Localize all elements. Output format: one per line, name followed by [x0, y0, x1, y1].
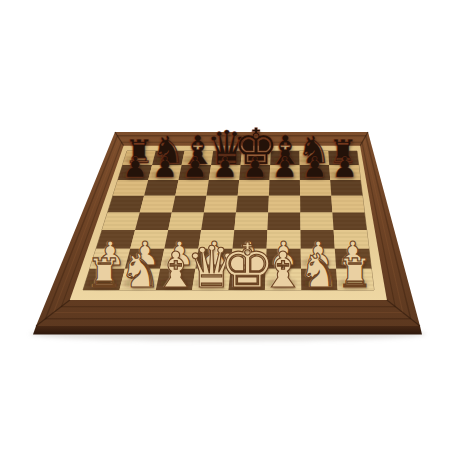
- piece-white-rook-a1[interactable]: ♜: [86, 253, 122, 293]
- piece-black-pawn-d7[interactable]: ♟: [212, 154, 237, 182]
- chess-set-photo: ♜♞♝♛♚♝♞♜♟♟♟♟♟♟♟♟♟♟♟♟♟♟♟♟♜♞♝♛♚♝♞♜: [0, 0, 455, 455]
- chess-board: [0, 0, 455, 455]
- piece-black-pawn-f7[interactable]: ♟: [272, 154, 297, 182]
- piece-white-rook-h1[interactable]: ♜: [337, 253, 373, 293]
- piece-black-pawn-a7[interactable]: ♟: [122, 154, 147, 182]
- piece-white-knight-g1[interactable]: ♞: [298, 248, 340, 295]
- piece-black-pawn-g7[interactable]: ♟: [302, 154, 327, 182]
- board-side-edge: [33, 326, 422, 335]
- piece-black-pawn-h7[interactable]: ♟: [332, 154, 357, 182]
- piece-black-pawn-b7[interactable]: ♟: [152, 154, 177, 182]
- piece-black-pawn-e7[interactable]: ♟: [242, 154, 267, 182]
- piece-black-pawn-c7[interactable]: ♟: [182, 154, 207, 182]
